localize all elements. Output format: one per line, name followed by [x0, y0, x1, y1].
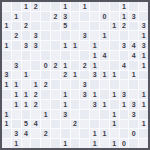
cell-r12c2[interactable]	[12, 110, 21, 119]
cell-r13c15[interactable]: 1	[139, 120, 148, 129]
cell-r5c14[interactable]: 4	[129, 41, 138, 50]
cell-r2c10[interactable]	[90, 12, 99, 21]
cell-r3c3[interactable]: 2	[22, 22, 31, 31]
cell-r7c14[interactable]	[129, 61, 138, 70]
cell-r1c2[interactable]	[12, 2, 21, 11]
cell-r9c3[interactable]	[22, 80, 31, 89]
cell-r2c12[interactable]	[110, 12, 119, 21]
cell-r15c7[interactable]: 1	[61, 139, 70, 148]
cell-r14c10[interactable]: 1	[90, 129, 99, 138]
cell-r15c15[interactable]	[139, 139, 148, 148]
cell-r15c8[interactable]	[71, 139, 80, 148]
cell-r15c11[interactable]	[100, 139, 109, 148]
cell-r6c11[interactable]: 4	[100, 51, 109, 60]
cell-r14c13[interactable]	[120, 129, 129, 138]
cell-r1c8[interactable]	[71, 2, 80, 11]
cell-r3c2[interactable]	[12, 22, 21, 31]
cell-r4c4[interactable]: 3	[31, 31, 40, 40]
cell-r14c1[interactable]	[2, 129, 11, 138]
cell-r2c15[interactable]	[139, 12, 148, 21]
cell-r1c13[interactable]: 1	[120, 2, 129, 11]
cell-r1c9[interactable]: 1	[80, 2, 89, 11]
cell-r13c12[interactable]: 1	[110, 120, 119, 129]
cell-r9c2[interactable]: 1	[12, 80, 21, 89]
cell-r10c7[interactable]: 1	[61, 90, 70, 99]
cell-r8c13[interactable]	[120, 71, 129, 80]
cell-r12c10[interactable]	[90, 110, 99, 119]
cell-r15c12[interactable]: 1	[110, 139, 119, 148]
cell-r3c4[interactable]	[31, 22, 40, 31]
cell-r14c6[interactable]	[51, 129, 60, 138]
cell-r3c12[interactable]: 1	[110, 22, 119, 31]
cell-r8c2[interactable]	[12, 71, 21, 80]
cell-r11c9[interactable]	[80, 100, 89, 109]
cell-r8c9[interactable]	[80, 71, 89, 80]
cell-r14c2[interactable]: 3	[12, 129, 21, 138]
cell-r9c9[interactable]: 3	[80, 80, 89, 89]
cell-r10c9[interactable]: 3	[80, 90, 89, 99]
cell-r10c3[interactable]: 1	[22, 90, 31, 99]
cell-r6c5[interactable]	[41, 51, 50, 60]
cell-r6c10[interactable]: 1	[90, 51, 99, 60]
cell-r12c1[interactable]: 1	[2, 110, 11, 119]
cell-r1c6[interactable]	[51, 2, 60, 11]
cell-r4c12[interactable]	[110, 31, 119, 40]
cell-r5c9[interactable]	[80, 41, 89, 50]
cell-r11c6[interactable]	[51, 100, 60, 109]
cell-r5c11[interactable]	[100, 41, 109, 50]
cell-r3c15[interactable]: 3	[139, 22, 148, 31]
cell-r5c2[interactable]	[12, 41, 21, 50]
cell-r11c8[interactable]	[71, 100, 80, 109]
cell-r4c6[interactable]	[51, 31, 60, 40]
cell-r10c5[interactable]	[41, 90, 50, 99]
cell-r2c8[interactable]	[71, 12, 80, 21]
cell-r10c1[interactable]	[2, 90, 11, 99]
cell-r14c4[interactable]	[31, 129, 40, 138]
cell-r3c14[interactable]	[129, 22, 138, 31]
cell-r11c1[interactable]	[2, 100, 11, 109]
cell-r1c3[interactable]: 1	[22, 2, 31, 11]
cell-r8c8[interactable]: 1	[71, 71, 80, 80]
cell-r12c8[interactable]	[71, 110, 80, 119]
cell-r7c7[interactable]: 1	[61, 61, 70, 70]
cell-r2c2[interactable]: 1	[12, 12, 21, 21]
cell-r6c8[interactable]	[71, 51, 80, 60]
cell-r9c7[interactable]	[61, 80, 70, 89]
cell-r13c1[interactable]: 1	[2, 120, 11, 129]
cell-r4c8[interactable]	[71, 31, 80, 40]
cell-r8c15[interactable]	[139, 71, 148, 80]
cell-r10c8[interactable]	[71, 90, 80, 99]
cell-r8c10[interactable]: 3	[90, 71, 99, 80]
cell-r13c14[interactable]	[129, 120, 138, 129]
cell-r10c14[interactable]	[129, 90, 138, 99]
cell-r11c7[interactable]: 1	[61, 100, 70, 109]
cell-r14c12[interactable]	[110, 129, 119, 138]
cell-r15c2[interactable]: 1	[12, 139, 21, 148]
cell-r7c8[interactable]	[71, 61, 80, 70]
cell-r8c4[interactable]	[31, 71, 40, 80]
cell-r13c9[interactable]	[80, 120, 89, 129]
cell-r4c1[interactable]	[2, 31, 11, 40]
cell-r3c9[interactable]	[80, 22, 89, 31]
cell-r1c15[interactable]	[139, 2, 148, 11]
cell-r15c6[interactable]	[51, 139, 60, 148]
cell-r11c10[interactable]: 3	[90, 100, 99, 109]
cell-r14c8[interactable]	[71, 129, 80, 138]
cell-r3c5[interactable]	[41, 22, 50, 31]
cell-r7c2[interactable]: 3	[12, 61, 21, 70]
cell-r11c11[interactable]: 1	[100, 100, 109, 109]
cell-r11c13[interactable]: 1	[120, 100, 129, 109]
cell-r12c9[interactable]	[80, 110, 89, 119]
cell-r9c12[interactable]	[110, 80, 119, 89]
cell-r9c15[interactable]	[139, 80, 148, 89]
cell-r15c4[interactable]	[31, 139, 40, 148]
cell-r2c3[interactable]	[22, 12, 31, 21]
cell-r3c8[interactable]	[71, 22, 80, 31]
cell-r2c5[interactable]	[41, 12, 50, 21]
cell-r9c5[interactable]: 2	[41, 80, 50, 89]
cell-r13c8[interactable]: 2	[71, 120, 80, 129]
cell-r5c10[interactable]: 1	[90, 41, 99, 50]
cell-r12c12[interactable]: 1	[110, 110, 119, 119]
cell-r15c14[interactable]	[129, 139, 138, 148]
cell-r1c11[interactable]	[100, 2, 109, 11]
cell-r4c10[interactable]	[90, 31, 99, 40]
cell-r5c5[interactable]	[41, 41, 50, 50]
cell-r6c15[interactable]: 1	[139, 51, 148, 60]
cell-r3c10[interactable]	[90, 22, 99, 31]
cell-r4c11[interactable]: 1	[100, 31, 109, 40]
cell-r11c2[interactable]: 1	[12, 100, 21, 109]
cell-r11c4[interactable]: 2	[31, 100, 40, 109]
cell-r12c14[interactable]: 3	[129, 110, 138, 119]
cell-r6c2[interactable]	[12, 51, 21, 60]
cell-r9c10[interactable]	[90, 80, 99, 89]
cell-r13c3[interactable]: 5	[22, 120, 31, 129]
cell-r4c13[interactable]	[120, 31, 129, 40]
cell-r5c3[interactable]: 3	[22, 41, 31, 50]
cell-r5c8[interactable]: 1	[71, 41, 80, 50]
cell-r4c5[interactable]	[41, 31, 50, 40]
cell-r13c2[interactable]	[12, 120, 21, 129]
cell-r10c6[interactable]	[51, 90, 60, 99]
cell-r15c1[interactable]	[2, 139, 11, 148]
cell-r6c14[interactable]: 4	[129, 51, 138, 60]
cell-r7c13[interactable]: 4	[120, 61, 129, 70]
cell-r10c4[interactable]: 2	[31, 90, 40, 99]
cell-r10c12[interactable]: 1	[110, 90, 119, 99]
cell-r2c14[interactable]: 3	[129, 12, 138, 21]
cell-r14c15[interactable]	[139, 129, 148, 138]
cell-r14c7[interactable]	[61, 129, 70, 138]
cell-r6c9[interactable]	[80, 51, 89, 60]
cell-r7c11[interactable]	[100, 61, 109, 70]
cell-r5c12[interactable]	[110, 41, 119, 50]
cell-r1c10[interactable]	[90, 2, 99, 11]
cell-r6c1[interactable]	[2, 51, 11, 60]
cell-r12c7[interactable]: 3	[61, 110, 70, 119]
cell-r7c6[interactable]: 2	[51, 61, 60, 70]
cell-r7c1[interactable]	[2, 61, 11, 70]
cell-r5c6[interactable]	[51, 41, 60, 50]
cell-r14c5[interactable]: 2	[41, 129, 50, 138]
cell-r13c6[interactable]	[51, 120, 60, 129]
cell-r9c4[interactable]: 1	[31, 80, 40, 89]
cell-r8c6[interactable]	[51, 71, 60, 80]
cell-r11c15[interactable]: 1	[139, 100, 148, 109]
cell-r3c13[interactable]: 2	[120, 22, 129, 31]
cell-r2c9[interactable]	[80, 12, 89, 21]
cell-r7c5[interactable]: 0	[41, 61, 50, 70]
cell-r1c5[interactable]	[41, 2, 50, 11]
cell-r13c7[interactable]	[61, 120, 70, 129]
cell-r8c14[interactable]: 1	[129, 71, 138, 80]
cell-r7c4[interactable]	[31, 61, 40, 70]
cell-r12c5[interactable]: 1	[41, 110, 50, 119]
cell-r6c12[interactable]	[110, 51, 119, 60]
cell-r4c3[interactable]	[22, 31, 31, 40]
cell-r15c3[interactable]	[22, 139, 31, 148]
cell-r6c13[interactable]	[120, 51, 129, 60]
cell-r12c13[interactable]	[120, 110, 129, 119]
cell-r12c11[interactable]	[100, 110, 109, 119]
cell-r9c8[interactable]	[71, 80, 80, 89]
cell-r10c2[interactable]: 1	[12, 90, 21, 99]
cell-r2c13[interactable]: 1	[120, 12, 129, 21]
cell-r9c13[interactable]	[120, 80, 129, 89]
cell-r6c3[interactable]	[22, 51, 31, 60]
cell-r8c1[interactable]: 3	[2, 71, 11, 80]
cell-r15c10[interactable]: 1	[90, 139, 99, 148]
cell-r13c13[interactable]	[120, 120, 129, 129]
cell-r13c10[interactable]	[90, 120, 99, 129]
cell-r13c4[interactable]: 4	[31, 120, 40, 129]
cell-r13c11[interactable]	[100, 120, 109, 129]
cell-r5c1[interactable]: 1	[2, 41, 11, 50]
cell-r10c13[interactable]: 3	[120, 90, 129, 99]
cell-r5c7[interactable]: 1	[61, 41, 70, 50]
cell-r1c7[interactable]: 1	[61, 2, 70, 11]
cell-r10c10[interactable]: 1	[90, 90, 99, 99]
cell-r15c5[interactable]	[41, 139, 50, 148]
cell-r11c12[interactable]	[110, 100, 119, 109]
cell-r3c1[interactable]: 1	[2, 22, 11, 31]
cell-r2c1[interactable]	[2, 12, 11, 21]
cell-r13c5[interactable]	[41, 120, 50, 129]
cell-r8c12[interactable]: 1	[110, 71, 119, 80]
cell-r12c15[interactable]	[139, 110, 148, 119]
cell-r2c6[interactable]: 2	[51, 12, 60, 21]
cell-r11c3[interactable]: 1	[22, 100, 31, 109]
cell-r6c6[interactable]	[51, 51, 60, 60]
cell-r2c7[interactable]: 3	[61, 12, 70, 21]
cell-r3c11[interactable]	[100, 22, 109, 31]
cell-r8c7[interactable]: 2	[61, 71, 70, 80]
cell-r4c9[interactable]: 3	[80, 31, 89, 40]
cell-r1c4[interactable]: 2	[31, 2, 40, 11]
cell-r9c11[interactable]	[100, 80, 109, 89]
cell-r4c15[interactable]: 1	[139, 31, 148, 40]
cell-r8c5[interactable]	[41, 71, 50, 80]
cell-r14c3[interactable]: 4	[22, 129, 31, 138]
cell-r7c12[interactable]	[110, 61, 119, 70]
cell-r14c9[interactable]	[80, 129, 89, 138]
cell-r9c14[interactable]	[129, 80, 138, 89]
cell-r10c11[interactable]	[100, 90, 109, 99]
cell-r3c6[interactable]	[51, 22, 60, 31]
cell-r5c13[interactable]: 3	[120, 41, 129, 50]
cell-r12c6[interactable]	[51, 110, 60, 119]
cell-r8c11[interactable]: 1	[100, 71, 109, 80]
cell-r4c2[interactable]: 2	[12, 31, 21, 40]
cell-r14c14[interactable]: 0	[129, 129, 138, 138]
cell-r1c14[interactable]	[129, 2, 138, 11]
cell-r2c4[interactable]	[31, 12, 40, 21]
cell-r4c14[interactable]	[129, 31, 138, 40]
cell-r7c15[interactable]: 1	[139, 61, 148, 70]
cell-r7c10[interactable]: 1	[90, 61, 99, 70]
cell-r9c6[interactable]	[51, 80, 60, 89]
cell-r7c3[interactable]	[22, 61, 31, 70]
cell-r14c11[interactable]: 1	[100, 129, 109, 138]
cell-r9c1[interactable]: 1	[2, 80, 11, 89]
cell-r11c14[interactable]: 3	[129, 100, 138, 109]
cell-r3c7[interactable]: 5	[61, 22, 70, 31]
cell-r5c15[interactable]: 3	[139, 41, 148, 50]
puzzle-board: 1211112301312512323311133111343144130212…	[0, 0, 150, 150]
cell-r6c4[interactable]	[31, 51, 40, 60]
cell-r10c15[interactable]: 1	[139, 90, 148, 99]
cell-r12c4[interactable]	[31, 110, 40, 119]
cell-r15c13[interactable]: 0	[120, 139, 129, 148]
cell-r5c4[interactable]: 3	[31, 41, 40, 50]
cell-r1c1[interactable]	[2, 2, 11, 11]
cell-r12c3[interactable]	[22, 110, 31, 119]
cell-r6c7[interactable]	[61, 51, 70, 60]
cell-r11c5[interactable]	[41, 100, 50, 109]
cell-r15c9[interactable]	[80, 139, 89, 148]
cell-r2c11[interactable]: 0	[100, 12, 109, 21]
cell-r1c12[interactable]	[110, 2, 119, 11]
cell-r8c3[interactable]: 1	[22, 71, 31, 80]
cell-r4c7[interactable]	[61, 31, 70, 40]
cell-r7c9[interactable]: 2	[80, 61, 89, 70]
